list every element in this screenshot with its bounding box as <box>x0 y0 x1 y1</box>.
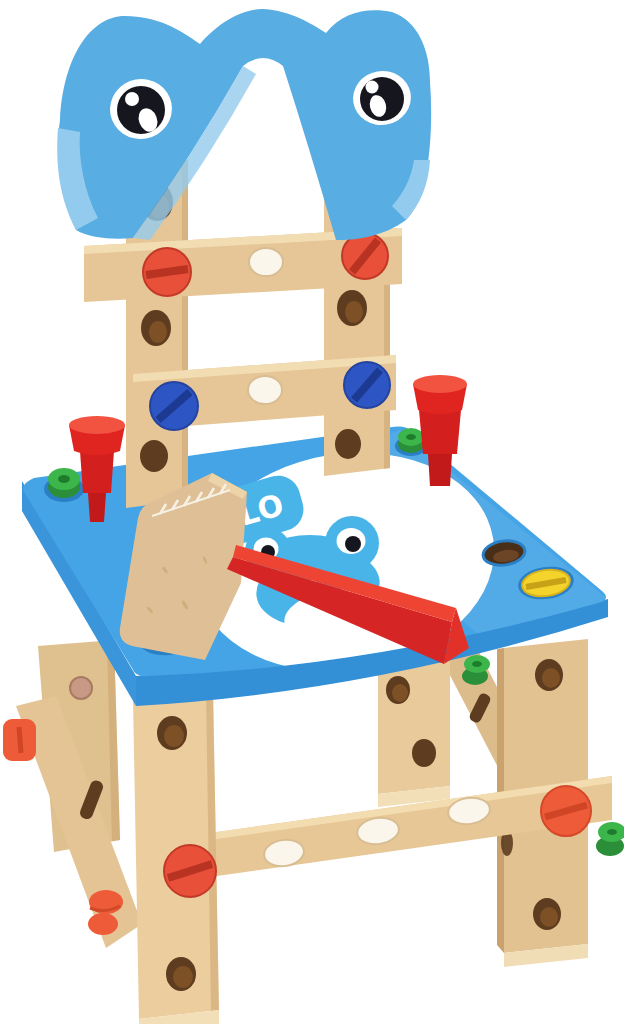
left-eye-highlight <box>125 92 139 106</box>
peg-body <box>80 451 114 493</box>
post-hole-inner <box>345 301 363 323</box>
peg-stem <box>428 454 452 486</box>
post-hole <box>335 429 361 459</box>
leg-hole-inner <box>542 668 560 688</box>
post-hole <box>140 440 168 472</box>
peg-stem <box>88 493 106 522</box>
peg-body <box>419 410 461 454</box>
leg-hole-inner <box>392 684 408 702</box>
slat-center-hole <box>248 376 282 404</box>
peg-cap-top <box>413 375 467 393</box>
orange-screw-slot <box>19 727 21 753</box>
back-post-left-edge <box>182 160 188 501</box>
frog-pupil <box>345 536 361 552</box>
wood-dowel-plug <box>70 677 92 699</box>
right-eye-highlight <box>366 81 379 94</box>
slat-center-hole <box>249 248 283 276</box>
green-nut-hole <box>58 475 70 483</box>
left-eye-pupil <box>117 86 165 134</box>
green-nut-hole <box>472 661 482 667</box>
post-hole-inner <box>149 321 167 343</box>
toy-chair-illustration: LLO <box>0 0 624 1024</box>
leg-hole-inner <box>164 725 184 747</box>
orange-nut-lobe <box>88 913 118 935</box>
product-photo: LLO <box>0 0 624 1024</box>
leg-hole <box>412 739 436 767</box>
front-right-leg <box>378 659 450 794</box>
peg-cap-top <box>69 416 125 434</box>
leg-hole-inner <box>173 966 193 988</box>
green-nut-hole <box>406 434 416 440</box>
green-nut-hole <box>607 829 617 835</box>
leg-hole-inner <box>540 907 558 927</box>
